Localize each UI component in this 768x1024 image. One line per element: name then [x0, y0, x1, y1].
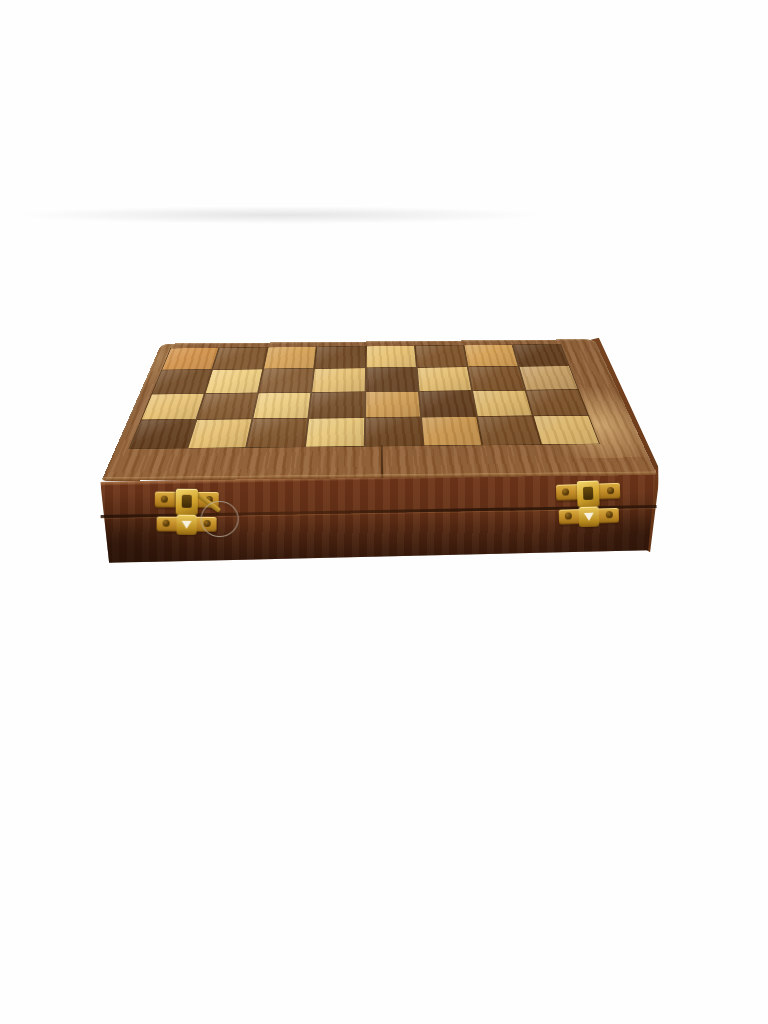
- board-square-light: [366, 346, 415, 367]
- screw-hole-icon: [565, 512, 572, 519]
- board-square-dark: [213, 347, 267, 369]
- board-square-light: [162, 348, 218, 370]
- board-square-dark: [247, 419, 307, 447]
- board-square-dark: [365, 418, 422, 446]
- screw-hole-icon: [161, 496, 168, 503]
- board-square-light: [417, 367, 471, 390]
- board-square-dark: [315, 346, 365, 367]
- board-square-dark: [366, 368, 418, 391]
- price-tag-loop: [201, 501, 239, 537]
- board-square-light: [306, 418, 363, 446]
- screw-hole-icon: [607, 487, 614, 494]
- board-square-dark: [310, 392, 365, 418]
- box-contact-shadow: [14, 206, 544, 224]
- latch-catch: [579, 507, 600, 528]
- screw-hole-icon: [163, 520, 170, 527]
- latch-clasp: [176, 489, 198, 515]
- latch-clasp: [577, 480, 600, 507]
- board-square-dark: [259, 369, 313, 392]
- board-square-dark: [152, 370, 211, 394]
- latch-catch-notch: [584, 513, 594, 521]
- board-square-light: [473, 390, 532, 416]
- board-square-dark: [130, 420, 196, 448]
- board-square-light: [366, 392, 420, 418]
- board-square-light: [189, 419, 252, 447]
- board-square-light: [264, 347, 316, 369]
- board-square-dark: [478, 416, 540, 444]
- latch-catch-notch: [182, 521, 192, 529]
- board-square-dark: [513, 344, 568, 365]
- checkerboard-grid: [128, 344, 600, 449]
- brass-latch-right: [556, 481, 624, 535]
- board-square-light: [422, 417, 481, 445]
- lid-fold-seam: [381, 445, 383, 478]
- board-square-dark: [419, 391, 475, 417]
- latch-catch: [177, 515, 197, 535]
- board-square-dark: [468, 367, 524, 390]
- board-square-light: [313, 368, 365, 391]
- board-square-light: [519, 366, 577, 389]
- board-square-dark: [198, 393, 258, 419]
- board-square-light: [142, 394, 204, 420]
- box-lid-top: [101, 339, 657, 481]
- board-square-dark: [415, 345, 466, 366]
- photo-canvas: [0, 0, 768, 1024]
- screw-hole-icon: [606, 511, 613, 518]
- board-square-light: [464, 345, 517, 366]
- screw-hole-icon: [562, 488, 569, 495]
- board-square-light: [534, 416, 599, 444]
- brass-latch-left: [154, 490, 240, 543]
- chess-box: [99, 335, 659, 567]
- board-square-light: [206, 369, 263, 393]
- board-square-dark: [526, 390, 587, 416]
- board-square-light: [254, 393, 311, 419]
